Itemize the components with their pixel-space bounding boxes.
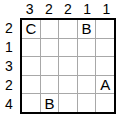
puzzle-board: CBAB: [20, 18, 116, 114]
cell-r4c4[interactable]: [78, 76, 96, 94]
cell-r5c4[interactable]: [78, 94, 96, 112]
top-clue-col-3: 2: [58, 0, 77, 17]
cell-r2c5[interactable]: [96, 39, 114, 57]
given-letter-C: C: [25, 21, 36, 36]
cell-r4c3[interactable]: [59, 76, 77, 94]
cell-r4c5: A: [96, 76, 114, 94]
cell-r2c1[interactable]: [22, 39, 40, 57]
cell-r2c4[interactable]: [78, 39, 96, 57]
left-clues: 21324: [0, 18, 18, 114]
cell-r1c3[interactable]: [59, 20, 77, 38]
cell-r3c5[interactable]: [96, 57, 114, 75]
cell-r1c1: C: [22, 20, 40, 38]
top-clue-col-4: 1: [78, 0, 97, 17]
cell-r4c1[interactable]: [22, 76, 40, 94]
top-clue-col-5: 1: [97, 0, 116, 17]
cell-r4c2[interactable]: [41, 76, 59, 94]
top-clues: 32211: [20, 0, 116, 17]
cell-r3c1[interactable]: [22, 57, 40, 75]
cell-r2c3[interactable]: [59, 39, 77, 57]
cell-r1c5[interactable]: [96, 20, 114, 38]
given-letter-B: B: [82, 21, 92, 36]
cell-r1c2[interactable]: [41, 20, 59, 38]
cell-r5c1[interactable]: [22, 94, 40, 112]
left-clue-row-5: 4: [0, 95, 18, 114]
cell-r5c5[interactable]: [96, 94, 114, 112]
cell-r5c3[interactable]: [59, 94, 77, 112]
top-clue-col-1: 3: [20, 0, 39, 17]
given-letter-A: A: [100, 77, 110, 92]
cell-r3c2[interactable]: [41, 57, 59, 75]
cell-r5c2: B: [41, 94, 59, 112]
cell-r3c4[interactable]: [78, 57, 96, 75]
cell-r3c3[interactable]: [59, 57, 77, 75]
given-letter-B: B: [44, 96, 54, 111]
cell-r1c4: B: [78, 20, 96, 38]
puzzle-diagram: 32211 21324 CBAB: [0, 0, 120, 119]
cell-r2c2[interactable]: [41, 39, 59, 57]
left-clue-row-1: 2: [0, 18, 18, 37]
left-clue-row-4: 2: [0, 76, 18, 95]
top-clue-col-2: 2: [39, 0, 58, 17]
left-clue-row-2: 1: [0, 37, 18, 56]
left-clue-row-3: 3: [0, 56, 18, 75]
